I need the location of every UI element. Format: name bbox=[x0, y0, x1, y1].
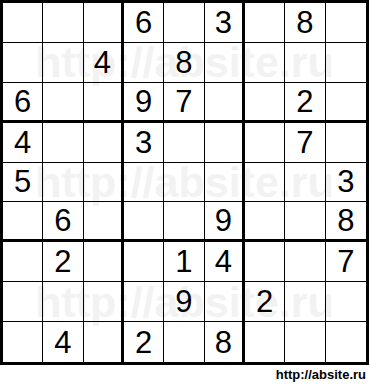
cell-r1c3 bbox=[84, 3, 124, 43]
cell-r7c1 bbox=[3, 242, 43, 282]
cell-r4c2 bbox=[43, 123, 83, 163]
cell-r9c4: 2 bbox=[124, 322, 164, 362]
cell-r6c4 bbox=[124, 202, 164, 242]
cell-r8c9 bbox=[326, 282, 366, 322]
cell-r2c8 bbox=[285, 43, 325, 83]
cell-r3c2 bbox=[43, 83, 83, 123]
cell-r3c5: 7 bbox=[164, 83, 204, 123]
cell-r2c7 bbox=[245, 43, 285, 83]
cell-r1c2 bbox=[43, 3, 83, 43]
cell-r5c4 bbox=[124, 163, 164, 203]
cell-r8c3 bbox=[84, 282, 124, 322]
cell-r1c9 bbox=[326, 3, 366, 43]
cell-r9c1 bbox=[3, 322, 43, 362]
cell-r3c4: 9 bbox=[124, 83, 164, 123]
cell-r1c8: 8 bbox=[285, 3, 325, 43]
cell-r6c8 bbox=[285, 202, 325, 242]
cell-r5c1: 5 bbox=[3, 163, 43, 203]
cell-r9c7 bbox=[245, 322, 285, 362]
cell-r3c1: 6 bbox=[3, 83, 43, 123]
cell-r2c9 bbox=[326, 43, 366, 83]
cell-r4c4: 3 bbox=[124, 123, 164, 163]
cell-r6c7 bbox=[245, 202, 285, 242]
cell-r5c6 bbox=[205, 163, 245, 203]
cell-r9c3 bbox=[84, 322, 124, 362]
cell-r9c6: 8 bbox=[205, 322, 245, 362]
cell-r8c4 bbox=[124, 282, 164, 322]
cell-r7c2: 2 bbox=[43, 242, 83, 282]
cell-r9c5 bbox=[164, 322, 204, 362]
cell-r5c7 bbox=[245, 163, 285, 203]
cell-r2c5: 8 bbox=[164, 43, 204, 83]
cell-r8c6 bbox=[205, 282, 245, 322]
cell-r6c6: 9 bbox=[205, 202, 245, 242]
cell-r2c2 bbox=[43, 43, 83, 83]
cell-r2c3: 4 bbox=[84, 43, 124, 83]
cell-r4c3 bbox=[84, 123, 124, 163]
cell-r1c5 bbox=[164, 3, 204, 43]
cell-r2c6 bbox=[205, 43, 245, 83]
cell-r8c5: 9 bbox=[164, 282, 204, 322]
cell-r4c8: 7 bbox=[285, 123, 325, 163]
cell-r9c8 bbox=[285, 322, 325, 362]
cell-r8c7: 2 bbox=[245, 282, 285, 322]
cell-r5c9: 3 bbox=[326, 163, 366, 203]
cell-r2c4 bbox=[124, 43, 164, 83]
cell-r9c2: 4 bbox=[43, 322, 83, 362]
cell-r7c9: 7 bbox=[326, 242, 366, 282]
cell-r6c9: 8 bbox=[326, 202, 366, 242]
cell-r3c7 bbox=[245, 83, 285, 123]
cell-r3c6 bbox=[205, 83, 245, 123]
cell-r8c8 bbox=[285, 282, 325, 322]
site-url-caption: http://absite.ru bbox=[0, 365, 369, 384]
cell-r4c9 bbox=[326, 123, 366, 163]
cell-r3c8: 2 bbox=[285, 83, 325, 123]
cell-r1c6: 3 bbox=[205, 3, 245, 43]
cell-r8c1 bbox=[3, 282, 43, 322]
cell-r4c7 bbox=[245, 123, 285, 163]
cell-r7c5: 1 bbox=[164, 242, 204, 282]
cell-r2c1 bbox=[3, 43, 43, 83]
cell-r7c8 bbox=[285, 242, 325, 282]
cell-r5c5 bbox=[164, 163, 204, 203]
cell-r5c2 bbox=[43, 163, 83, 203]
cell-r1c7 bbox=[245, 3, 285, 43]
cell-r1c4: 6 bbox=[124, 3, 164, 43]
cell-r6c3 bbox=[84, 202, 124, 242]
cell-r6c1 bbox=[3, 202, 43, 242]
cell-r3c3 bbox=[84, 83, 124, 123]
cell-r7c3 bbox=[84, 242, 124, 282]
cell-r5c3 bbox=[84, 163, 124, 203]
cell-r7c4 bbox=[124, 242, 164, 282]
cell-r1c1 bbox=[3, 3, 43, 43]
cell-r4c5 bbox=[164, 123, 204, 163]
cell-r6c5 bbox=[164, 202, 204, 242]
cell-r7c6: 4 bbox=[205, 242, 245, 282]
cell-r4c1: 4 bbox=[3, 123, 43, 163]
cell-r9c9 bbox=[326, 322, 366, 362]
cell-r5c8 bbox=[285, 163, 325, 203]
cell-r7c7 bbox=[245, 242, 285, 282]
cell-r4c6 bbox=[205, 123, 245, 163]
sudoku-grid: 63848697243753698214792428 bbox=[3, 3, 366, 362]
cell-r8c2 bbox=[43, 282, 83, 322]
sudoku-board: http://absite.ru http://absite.ru http:/… bbox=[0, 0, 369, 365]
cell-r3c9 bbox=[326, 83, 366, 123]
cell-r6c2: 6 bbox=[43, 202, 83, 242]
